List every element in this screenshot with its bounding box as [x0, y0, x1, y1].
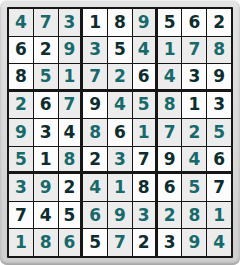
cell-r2c4[interactable]: 3	[83, 37, 107, 64]
cell-r4c3[interactable]: 7	[59, 92, 83, 119]
cell-r7c8[interactable]: 5	[182, 174, 206, 201]
cell-r4c5[interactable]: 4	[108, 92, 132, 119]
cell-r3c7[interactable]: 4	[158, 64, 182, 91]
cell-r9c3[interactable]: 6	[59, 229, 83, 256]
cell-r3c5[interactable]: 2	[108, 64, 132, 91]
cell-r4c8[interactable]: 1	[182, 92, 206, 119]
cell-r5c8[interactable]: 2	[182, 119, 206, 146]
cell-r1c4[interactable]: 1	[83, 9, 107, 36]
cell-r2c3[interactable]: 9	[59, 37, 83, 64]
cell-r5c7[interactable]: 7	[158, 119, 182, 146]
cell-r8c8[interactable]: 8	[182, 202, 206, 229]
cell-r7c3[interactable]: 2	[59, 174, 83, 201]
cell-r6c7[interactable]: 9	[158, 147, 182, 174]
cell-r1c8[interactable]: 6	[182, 9, 206, 36]
cell-r4c7[interactable]: 8	[158, 92, 182, 119]
cell-r5c4[interactable]: 8	[83, 119, 107, 146]
cell-r7c1[interactable]: 3	[9, 174, 33, 201]
cell-r5c5[interactable]: 6	[108, 119, 132, 146]
cell-r8c7[interactable]: 2	[158, 202, 182, 229]
cell-r5c2[interactable]: 3	[34, 119, 58, 146]
cell-r8c4[interactable]: 6	[83, 202, 107, 229]
cell-r9c1[interactable]: 1	[9, 229, 33, 256]
cell-r2c6[interactable]: 4	[133, 37, 157, 64]
cell-r3c6[interactable]: 6	[133, 64, 157, 91]
cell-r9c7[interactable]: 3	[158, 229, 182, 256]
cell-r2c2[interactable]: 2	[34, 37, 58, 64]
cell-r1c2[interactable]: 7	[34, 9, 58, 36]
cell-r1c6[interactable]: 9	[133, 9, 157, 36]
cell-r4c4[interactable]: 9	[83, 92, 107, 119]
cell-r3c1[interactable]: 8	[9, 64, 33, 91]
cell-r2c5[interactable]: 5	[108, 37, 132, 64]
cell-r5c1[interactable]: 9	[9, 119, 33, 146]
cell-r8c2[interactable]: 4	[34, 202, 58, 229]
cell-r6c3[interactable]: 8	[59, 147, 83, 174]
cell-r2c1[interactable]: 6	[9, 37, 33, 64]
cell-r6c8[interactable]: 4	[182, 147, 206, 174]
cell-r1c3[interactable]: 3	[59, 9, 83, 36]
cell-r9c6[interactable]: 2	[133, 229, 157, 256]
cell-r8c9[interactable]: 1	[207, 202, 231, 229]
cell-r2c7[interactable]: 1	[158, 37, 182, 64]
cell-r2c8[interactable]: 7	[182, 37, 206, 64]
cell-r6c4[interactable]: 2	[83, 147, 107, 174]
cell-r7c7[interactable]: 6	[158, 174, 182, 201]
cell-r2c9[interactable]: 8	[207, 37, 231, 64]
cell-r9c5[interactable]: 7	[108, 229, 132, 256]
cell-r3c4[interactable]: 7	[83, 64, 107, 91]
cell-r3c2[interactable]: 5	[34, 64, 58, 91]
cell-r6c6[interactable]: 7	[133, 147, 157, 174]
cell-r8c3[interactable]: 5	[59, 202, 83, 229]
cell-r9c8[interactable]: 9	[182, 229, 206, 256]
cell-r7c6[interactable]: 8	[133, 174, 157, 201]
cell-r1c7[interactable]: 5	[158, 9, 182, 36]
cell-r4c2[interactable]: 6	[34, 92, 58, 119]
cell-r5c9[interactable]: 5	[207, 119, 231, 146]
cell-r7c5[interactable]: 1	[108, 174, 132, 201]
cell-r6c5[interactable]: 3	[108, 147, 132, 174]
cell-r7c4[interactable]: 4	[83, 174, 107, 201]
cell-r1c1[interactable]: 4	[9, 9, 33, 36]
cell-r4c1[interactable]: 2	[9, 92, 33, 119]
cell-r7c2[interactable]: 9	[34, 174, 58, 201]
cell-r6c1[interactable]: 5	[9, 147, 33, 174]
cell-r1c9[interactable]: 2	[207, 9, 231, 36]
cell-r9c2[interactable]: 8	[34, 229, 58, 256]
cell-r8c1[interactable]: 7	[9, 202, 33, 229]
cell-r7c9[interactable]: 7	[207, 174, 231, 201]
cell-r8c5[interactable]: 9	[108, 202, 132, 229]
cell-r5c3[interactable]: 4	[59, 119, 83, 146]
cell-r6c9[interactable]: 6	[207, 147, 231, 174]
cell-r3c8[interactable]: 3	[182, 64, 206, 91]
sudoku-board: 4731895626293541788517264392679458139348…	[7, 7, 233, 258]
cell-r8c6[interactable]: 3	[133, 202, 157, 229]
cell-r3c3[interactable]: 1	[59, 64, 83, 91]
cell-r1c5[interactable]: 8	[108, 9, 132, 36]
cell-r9c9[interactable]: 4	[207, 229, 231, 256]
cell-r9c4[interactable]: 5	[83, 229, 107, 256]
cell-r4c9[interactable]: 3	[207, 92, 231, 119]
cell-r5c6[interactable]: 1	[133, 119, 157, 146]
cell-r6c2[interactable]: 1	[34, 147, 58, 174]
cell-r3c9[interactable]: 9	[207, 64, 231, 91]
cell-r4c6[interactable]: 5	[133, 92, 157, 119]
sudoku-app: 4731895626293541788517264392679458139348…	[0, 0, 240, 265]
